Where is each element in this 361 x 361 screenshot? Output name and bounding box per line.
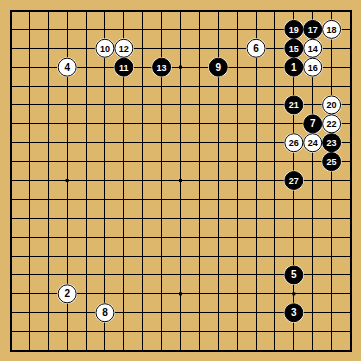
- move-number: 2: [64, 288, 70, 299]
- go-board[interactable]: 1234567891011121314151617181920212223242…: [0, 0, 361, 361]
- stone-black-3: 3: [285, 304, 303, 322]
- stone-black-27: 27: [285, 172, 303, 190]
- move-number: 24: [308, 138, 318, 148]
- stone-white-4: 4: [58, 58, 76, 76]
- stone-white-22: 22: [323, 115, 341, 133]
- stone-black-25: 25: [323, 153, 341, 171]
- stone-black-5: 5: [285, 266, 303, 284]
- move-number: 3: [291, 307, 297, 318]
- stone-black-15: 15: [285, 39, 303, 57]
- stone-black-13: 13: [153, 58, 171, 76]
- stone-white-20: 20: [323, 96, 341, 114]
- stone-black-19: 19: [285, 20, 303, 38]
- move-number: 18: [327, 25, 337, 35]
- star-point: [66, 179, 69, 182]
- stone-white-18: 18: [323, 20, 341, 38]
- move-number: 9: [215, 62, 221, 73]
- move-number: 11: [119, 63, 129, 73]
- stone-white-24: 24: [304, 134, 322, 152]
- stone-black-21: 21: [285, 96, 303, 114]
- move-number: 17: [308, 25, 318, 35]
- stone-white-14: 14: [304, 39, 322, 57]
- move-number: 13: [157, 63, 167, 73]
- move-number: 10: [100, 44, 110, 54]
- move-number: 1: [291, 62, 297, 73]
- star-point: [179, 292, 182, 295]
- stone-white-8: 8: [96, 304, 114, 322]
- stone-white-16: 16: [304, 58, 322, 76]
- move-number: 25: [327, 157, 337, 167]
- move-number: 23: [327, 138, 337, 148]
- move-number: 26: [289, 138, 299, 148]
- move-number: 8: [102, 307, 108, 318]
- stone-white-10: 10: [96, 39, 114, 57]
- move-number: 22: [327, 119, 337, 129]
- stone-black-7: 7: [304, 115, 322, 133]
- stone-black-17: 17: [304, 20, 322, 38]
- stone-white-26: 26: [285, 134, 303, 152]
- move-number: 4: [64, 62, 70, 73]
- move-number: 27: [289, 176, 299, 186]
- move-number: 16: [308, 63, 318, 73]
- stone-black-23: 23: [323, 134, 341, 152]
- stone-white-6: 6: [247, 39, 265, 57]
- move-number: 21: [289, 100, 299, 110]
- stone-black-1: 1: [285, 58, 303, 76]
- move-number: 12: [119, 44, 129, 54]
- star-point: [179, 66, 182, 69]
- stone-black-11: 11: [115, 58, 133, 76]
- move-number: 20: [327, 100, 337, 110]
- move-number: 14: [308, 44, 318, 54]
- go-diagram: 1234567891011121314151617181920212223242…: [0, 0, 361, 361]
- star-point: [179, 179, 182, 182]
- stone-white-12: 12: [115, 39, 133, 57]
- move-number: 5: [291, 269, 297, 280]
- move-number: 7: [310, 118, 316, 129]
- move-number: 15: [289, 44, 299, 54]
- star-point: [292, 292, 295, 295]
- move-number: 6: [253, 43, 259, 54]
- stone-white-2: 2: [58, 285, 76, 303]
- move-number: 19: [289, 25, 299, 35]
- stone-black-9: 9: [209, 58, 227, 76]
